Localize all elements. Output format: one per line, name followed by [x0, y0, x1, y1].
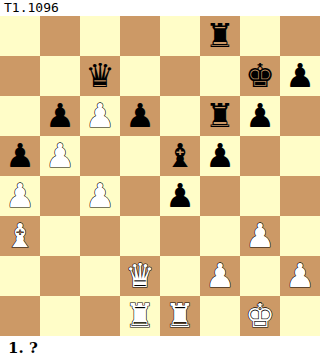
white-pawn-piece: ♟: [5, 176, 35, 216]
square-g1[interactable]: ♚: [240, 296, 280, 336]
square-e2[interactable]: [160, 256, 200, 296]
square-h2[interactable]: ♟: [280, 256, 320, 296]
square-b1[interactable]: [40, 296, 80, 336]
square-c5[interactable]: [80, 136, 120, 176]
square-e3[interactable]: [160, 216, 200, 256]
black-rook-piece: ♜: [205, 96, 235, 136]
square-f8[interactable]: ♜: [200, 16, 240, 56]
black-king-piece: ♚: [245, 56, 275, 96]
white-pawn-piece: ♟: [85, 176, 115, 216]
chess-board: ♜♛♚♟♟♟♟♜♟♟♟♝♟♟♟♟♝♟♛♟♟♜♜♚: [0, 16, 320, 336]
square-d6[interactable]: ♟: [120, 96, 160, 136]
square-f2[interactable]: ♟: [200, 256, 240, 296]
square-b4[interactable]: [40, 176, 80, 216]
square-g4[interactable]: [240, 176, 280, 216]
square-a2[interactable]: [0, 256, 40, 296]
square-c8[interactable]: [80, 16, 120, 56]
white-pawn-piece: ♟: [205, 256, 235, 296]
square-h4[interactable]: [280, 176, 320, 216]
square-d3[interactable]: [120, 216, 160, 256]
square-a4[interactable]: ♟: [0, 176, 40, 216]
square-f1[interactable]: [200, 296, 240, 336]
square-d2[interactable]: ♛: [120, 256, 160, 296]
white-pawn-piece: ♟: [85, 96, 115, 136]
square-d8[interactable]: [120, 16, 160, 56]
square-c4[interactable]: ♟: [80, 176, 120, 216]
square-h8[interactable]: [280, 16, 320, 56]
square-d5[interactable]: [120, 136, 160, 176]
square-g3[interactable]: ♟: [240, 216, 280, 256]
square-b3[interactable]: [40, 216, 80, 256]
white-rook-piece: ♜: [125, 296, 155, 336]
puzzle-page: T1.1096 ♜♛♚♟♟♟♟♜♟♟♟♝♟♟♟♟♝♟♛♟♟♜♜♚ 1. ?: [0, 0, 320, 360]
square-f5[interactable]: ♟: [200, 136, 240, 176]
black-pawn-piece: ♟: [45, 96, 75, 136]
black-pawn-piece: ♟: [285, 56, 315, 96]
white-pawn-piece: ♟: [245, 216, 275, 256]
white-pawn-piece: ♟: [45, 136, 75, 176]
square-c1[interactable]: [80, 296, 120, 336]
square-c3[interactable]: [80, 216, 120, 256]
square-a3[interactable]: ♝: [0, 216, 40, 256]
square-b2[interactable]: [40, 256, 80, 296]
white-king-piece: ♚: [245, 296, 275, 336]
square-a8[interactable]: [0, 16, 40, 56]
square-g5[interactable]: [240, 136, 280, 176]
square-b5[interactable]: ♟: [40, 136, 80, 176]
black-queen-piece: ♛: [85, 56, 115, 96]
square-a7[interactable]: [0, 56, 40, 96]
square-d7[interactable]: [120, 56, 160, 96]
square-h5[interactable]: [280, 136, 320, 176]
square-e6[interactable]: [160, 96, 200, 136]
move-prompt: 1. ?: [0, 336, 320, 360]
square-c2[interactable]: [80, 256, 120, 296]
square-d1[interactable]: ♜: [120, 296, 160, 336]
square-h1[interactable]: [280, 296, 320, 336]
square-c6[interactable]: ♟: [80, 96, 120, 136]
white-rook-piece: ♜: [165, 296, 195, 336]
square-h7[interactable]: ♟: [280, 56, 320, 96]
black-rook-piece: ♜: [205, 16, 235, 56]
white-bishop-piece: ♝: [5, 216, 35, 256]
square-c7[interactable]: ♛: [80, 56, 120, 96]
black-pawn-piece: ♟: [125, 96, 155, 136]
square-a5[interactable]: ♟: [0, 136, 40, 176]
square-g2[interactable]: [240, 256, 280, 296]
square-f7[interactable]: [200, 56, 240, 96]
black-pawn-piece: ♟: [245, 96, 275, 136]
square-a6[interactable]: [0, 96, 40, 136]
square-b7[interactable]: [40, 56, 80, 96]
square-f6[interactable]: ♜: [200, 96, 240, 136]
square-h6[interactable]: [280, 96, 320, 136]
square-e4[interactable]: ♟: [160, 176, 200, 216]
square-a1[interactable]: [0, 296, 40, 336]
black-pawn-piece: ♟: [205, 136, 235, 176]
square-g8[interactable]: [240, 16, 280, 56]
square-f3[interactable]: [200, 216, 240, 256]
puzzle-title: T1.1096: [0, 0, 320, 16]
square-e5[interactable]: ♝: [160, 136, 200, 176]
square-e7[interactable]: [160, 56, 200, 96]
square-g6[interactable]: ♟: [240, 96, 280, 136]
white-queen-piece: ♛: [125, 256, 155, 296]
black-bishop-piece: ♝: [165, 136, 195, 176]
square-g7[interactable]: ♚: [240, 56, 280, 96]
square-d4[interactable]: [120, 176, 160, 216]
black-pawn-piece: ♟: [5, 136, 35, 176]
square-e1[interactable]: ♜: [160, 296, 200, 336]
square-b8[interactable]: [40, 16, 80, 56]
square-h3[interactable]: [280, 216, 320, 256]
black-pawn-piece: ♟: [165, 176, 195, 216]
square-b6[interactable]: ♟: [40, 96, 80, 136]
square-f4[interactable]: [200, 176, 240, 216]
white-pawn-piece: ♟: [285, 256, 315, 296]
square-e8[interactable]: [160, 16, 200, 56]
